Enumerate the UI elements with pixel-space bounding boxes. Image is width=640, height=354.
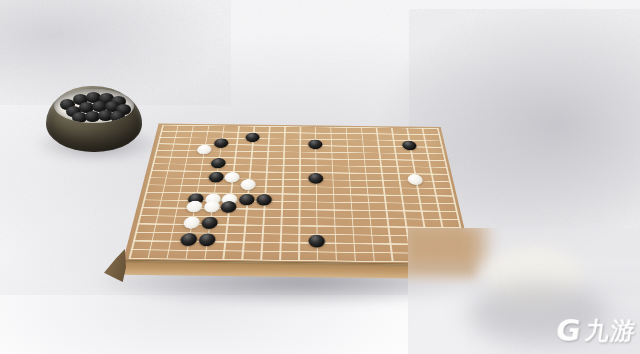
go-stone-white[interactable] <box>407 174 424 185</box>
go-stone-white[interactable] <box>224 172 240 183</box>
blurred-board-corner <box>408 228 485 268</box>
go-stone-black[interactable] <box>200 217 218 229</box>
screenshot-root: G 九游 <box>0 0 640 354</box>
watermark: G 九游 <box>554 316 638 346</box>
go-stone-black[interactable] <box>220 201 237 213</box>
go-stone-black[interactable] <box>239 194 256 205</box>
go-stone-black[interactable] <box>402 141 418 151</box>
go-stone-black[interactable] <box>308 235 325 248</box>
go-stone-black[interactable] <box>308 173 323 184</box>
go-stone-black[interactable] <box>245 133 260 142</box>
go-stone-black[interactable] <box>256 194 272 205</box>
go-stone-black[interactable] <box>213 139 229 149</box>
go-stone-white[interactable] <box>182 217 200 229</box>
go-stone-white[interactable] <box>185 201 203 213</box>
go-stone-black[interactable] <box>198 233 216 246</box>
go-stone-white[interactable] <box>196 145 212 155</box>
go-stone-black[interactable] <box>179 233 198 246</box>
black-stone-bowl <box>46 86 142 152</box>
go-stone-black[interactable] <box>308 140 322 150</box>
go-stone-black[interactable] <box>208 172 224 183</box>
jiuyou-logo-icon: G <box>554 316 583 346</box>
go-stone-white[interactable] <box>203 201 220 213</box>
bowl-stone <box>110 111 125 122</box>
watermark-text: 九游 <box>584 319 637 343</box>
go-stone-black[interactable] <box>210 158 226 168</box>
bowl-opening <box>54 89 134 123</box>
go-stone-white[interactable] <box>240 179 256 190</box>
